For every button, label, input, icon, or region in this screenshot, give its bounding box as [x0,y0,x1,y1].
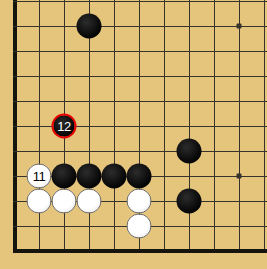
move-number-label: 12 [57,120,70,133]
white-stone [127,189,152,214]
go-board[interactable]: 1211 [0,0,267,269]
black-stone [77,164,102,189]
go-board-diagram: 1211 [0,0,267,269]
black-stone [177,189,202,214]
black-stone [102,164,127,189]
star-point [237,24,242,29]
grid-line-horizontal [13,26,267,27]
black-stone [127,164,152,189]
grid-line-horizontal [13,151,267,152]
star-point [237,174,242,179]
grid-line-horizontal [13,101,267,102]
black-stone-move-12: 12 [52,114,77,139]
white-stone [27,189,52,214]
grid-line-horizontal [13,76,267,77]
move-number-label: 11 [33,170,46,183]
white-stone-move-11: 11 [27,164,52,189]
grid-line-horizontal [13,1,267,2]
white-stone [52,189,77,214]
black-stone [52,164,77,189]
white-stone [77,189,102,214]
board-edge-bottom [13,249,267,253]
grid-line-horizontal [13,51,267,52]
black-stone [77,14,102,39]
white-stone [127,214,152,239]
black-stone [177,139,202,164]
